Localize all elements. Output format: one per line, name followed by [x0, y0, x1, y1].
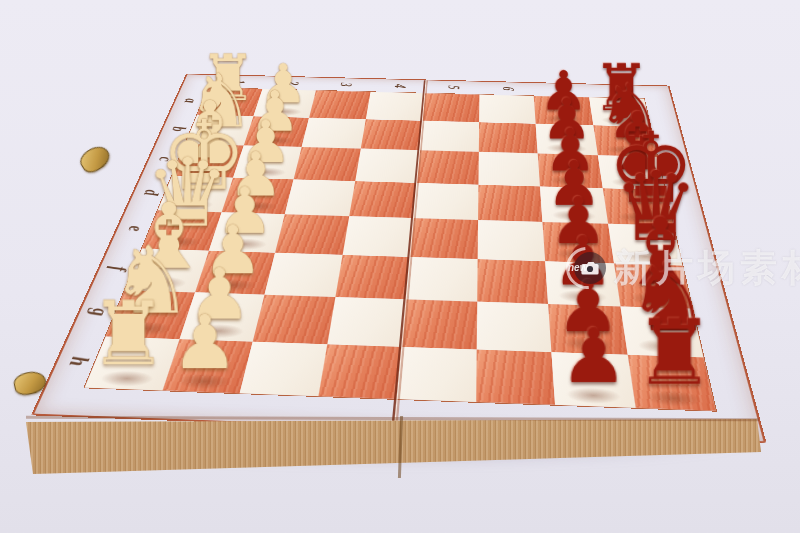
red-pawn-h7[interactable]: ♟: [554, 319, 633, 395]
square-e5[interactable]: [409, 218, 477, 259]
square-c3[interactable]: [294, 147, 361, 181]
file-label-a: a: [177, 95, 203, 106]
square-h6[interactable]: [476, 349, 556, 405]
square-d6[interactable]: [478, 184, 543, 221]
square-h7[interactable]: ♟: [551, 352, 635, 408]
square-b3[interactable]: [302, 118, 366, 149]
rank-label-4: 4: [386, 81, 409, 92]
square-h2[interactable]: ♟: [162, 339, 253, 393]
square-f5[interactable]: [406, 257, 478, 302]
white-rook-h1[interactable]: ♜: [89, 289, 166, 378]
square-h4[interactable]: [318, 344, 401, 399]
square-g3[interactable]: [253, 295, 335, 344]
red-rook-h8[interactable]: ♜: [634, 307, 713, 397]
chess-board: ♜♟♟♜♞♟♟♞♝♟♟♝♚♟♟♚♛♟♟♛♝♟♟♝♞♟♟♞♜♟♟♜ abcdefg…: [31, 74, 767, 444]
brass-clasp: [76, 142, 113, 177]
square-e3[interactable]: [275, 214, 349, 254]
photo-scene: ♜♟♟♜♞♟♟♞♝♟♟♝♚♟♟♚♛♟♟♛♝♟♟♝♞♟♟♞♜♟♟♜ abcdefg…: [0, 0, 800, 533]
square-e4[interactable]: [342, 216, 413, 257]
square-a6[interactable]: [479, 95, 536, 124]
square-b5[interactable]: [419, 121, 478, 152]
square-h1[interactable]: ♜: [85, 336, 179, 390]
square-d3[interactable]: [285, 179, 355, 216]
rank-label-8: 8: [603, 86, 627, 97]
square-a5[interactable]: [422, 93, 479, 122]
square-a4[interactable]: [365, 92, 424, 121]
square-g6[interactable]: [476, 302, 551, 352]
square-g5[interactable]: [401, 299, 476, 349]
rank-label-7: 7: [549, 85, 572, 96]
square-d4[interactable]: [349, 181, 416, 218]
square-d5[interactable]: [413, 183, 478, 220]
square-c5[interactable]: [416, 150, 478, 184]
square-f6[interactable]: [477, 259, 548, 304]
rank-label-3: 3: [332, 79, 356, 90]
square-h3[interactable]: [240, 341, 327, 396]
square-c6[interactable]: [478, 152, 540, 186]
square-f3[interactable]: [265, 252, 343, 297]
square-e6[interactable]: [477, 220, 545, 261]
square-a3[interactable]: [309, 90, 370, 119]
rank-label-5: 5: [441, 82, 463, 93]
square-h5[interactable]: [396, 347, 476, 402]
square-b4[interactable]: [360, 119, 422, 150]
square-h8[interactable]: ♜: [627, 354, 715, 410]
rank-label-2: 2: [278, 78, 303, 89]
rank-label-1: 1: [225, 77, 250, 88]
square-f4[interactable]: [335, 255, 410, 300]
square-b6[interactable]: [478, 122, 537, 154]
square-c4[interactable]: [355, 149, 419, 183]
square-g4[interactable]: [327, 297, 406, 347]
white-pawn-h2[interactable]: ♟: [165, 306, 242, 380]
rank-label-6: 6: [495, 83, 517, 94]
